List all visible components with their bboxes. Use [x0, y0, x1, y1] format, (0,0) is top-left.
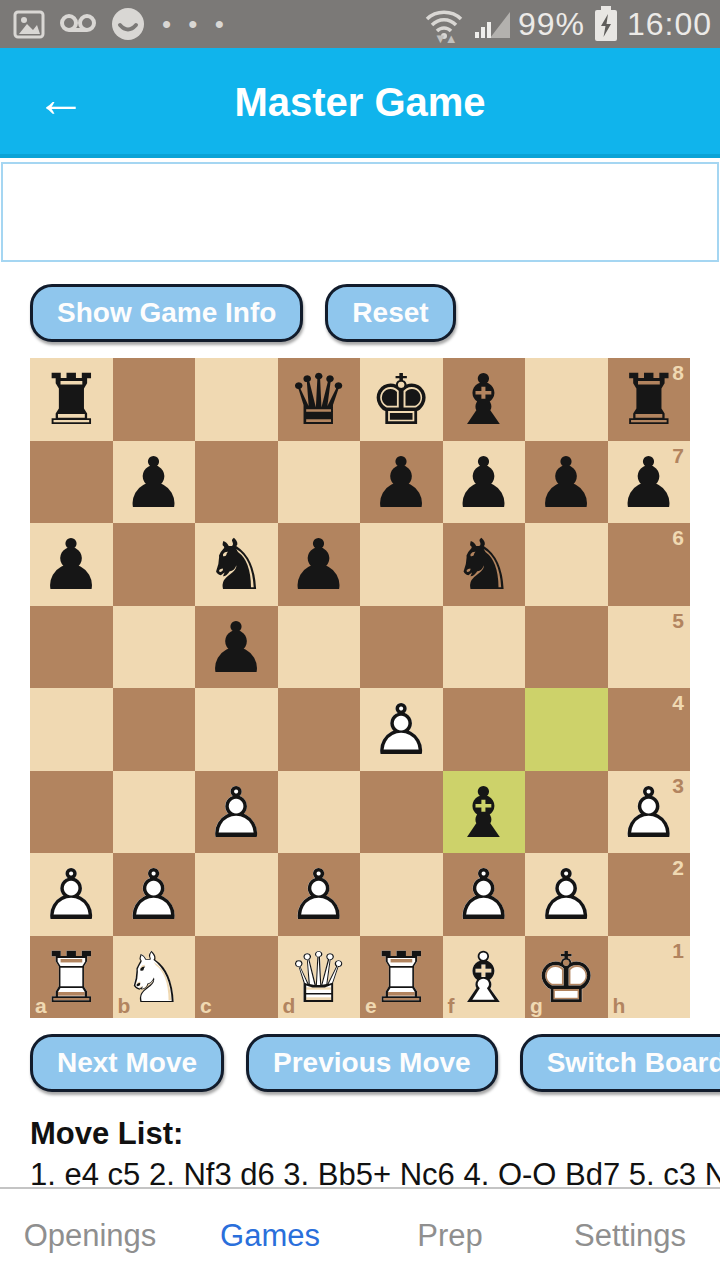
white-king-piece: ♚	[535, 942, 598, 1012]
square-g3[interactable]	[525, 771, 608, 854]
rank-label-1: 1	[672, 940, 684, 961]
white-pawn-piece-outline: ♙	[370, 695, 433, 765]
square-h6[interactable]: 6	[608, 523, 691, 606]
more-notifications-icon: • • •	[162, 9, 229, 40]
smiley-icon	[110, 6, 146, 42]
page-title: Master Game	[0, 48, 720, 156]
top-button-row: Show Game Info Reset	[30, 284, 456, 342]
square-c8[interactable]	[195, 358, 278, 441]
status-bar: • • • ▼▲ 99%	[0, 0, 720, 48]
black-pawn-piece: ♟	[370, 447, 433, 517]
rank-label-2: 2	[672, 857, 684, 878]
square-c2[interactable]	[195, 853, 278, 936]
white-rook-piece: ♜	[370, 942, 433, 1012]
square-a4[interactable]	[30, 688, 113, 771]
bottom-nav: Openings Games Prep Settings	[0, 1198, 720, 1280]
square-d2[interactable]: ♟♙	[278, 853, 361, 936]
file-label-c: c	[200, 995, 212, 1016]
file-label-e: e	[365, 995, 377, 1016]
white-pawn-piece-outline: ♙	[122, 860, 185, 930]
square-h3[interactable]: ♟♙3	[608, 771, 691, 854]
white-pawn-piece-outline: ♙	[40, 860, 103, 930]
square-g6[interactable]	[525, 523, 608, 606]
square-g4[interactable]	[525, 688, 608, 771]
white-pawn-piece: ♟	[617, 777, 680, 847]
black-pawn-piece: ♟	[535, 447, 598, 517]
file-label-g: g	[530, 995, 543, 1016]
move-list-text: 1. e4 c5 2. Nf3 d6 3. Bb5+ Nc6 4. O-O Bd…	[0, 1156, 720, 1189]
square-b7[interactable]: ♟	[113, 441, 196, 524]
square-h8[interactable]: ♜8	[608, 358, 691, 441]
square-d4[interactable]	[278, 688, 361, 771]
square-c5[interactable]: ♟	[195, 606, 278, 689]
move-list-heading: Move List:	[0, 1116, 720, 1152]
clock-label: 16:00	[627, 6, 712, 43]
chess-board: ♜♛♚♝♜8♟♟♟♟♟7♟♞♟♞6♟5♟♙4♟♙♝♟♙3♟♙♟♙♟♙♟♙♟♙2♜…	[30, 358, 690, 1018]
black-pawn-piece: ♟	[205, 612, 268, 682]
black-pawn-piece: ♟	[452, 447, 515, 517]
white-pawn-piece-outline: ♙	[287, 860, 350, 930]
white-rook-piece-outline: ♖	[40, 942, 103, 1012]
square-a5[interactable]	[30, 606, 113, 689]
square-a7[interactable]	[30, 441, 113, 524]
black-bishop-piece: ♝	[452, 365, 515, 435]
square-c4[interactable]	[195, 688, 278, 771]
square-f1[interactable]: ♝♗f	[443, 936, 526, 1019]
white-pawn-piece: ♟	[452, 860, 515, 930]
square-g2[interactable]: ♟♙	[525, 853, 608, 936]
square-f8[interactable]: ♝	[443, 358, 526, 441]
square-g7[interactable]: ♟	[525, 441, 608, 524]
black-bishop-piece: ♝	[452, 777, 515, 847]
black-knight-piece: ♞	[205, 530, 268, 600]
square-d1[interactable]: ♛♕d	[278, 936, 361, 1019]
rank-label-7: 7	[672, 445, 684, 466]
bottom-button-row: Next Move Previous Move Switch Board	[30, 1034, 720, 1092]
next-move-button[interactable]: Next Move	[30, 1034, 224, 1092]
reset-button[interactable]: Reset	[325, 284, 455, 342]
white-pawn-piece: ♟	[122, 860, 185, 930]
black-rook-piece: ♜	[40, 365, 103, 435]
square-h5[interactable]: 5	[608, 606, 691, 689]
square-f7[interactable]: ♟	[443, 441, 526, 524]
white-pawn-piece-outline: ♙	[452, 860, 515, 930]
square-e1[interactable]: ♜♖e	[360, 936, 443, 1019]
black-queen-piece: ♛	[287, 365, 350, 435]
black-pawn-piece: ♟	[617, 447, 680, 517]
square-c7[interactable]	[195, 441, 278, 524]
wifi-icon: ▼▲	[422, 6, 466, 42]
square-b3[interactable]	[113, 771, 196, 854]
black-pawn-piece: ♟	[40, 530, 103, 600]
square-e8[interactable]: ♚	[360, 358, 443, 441]
rank-label-6: 6	[672, 527, 684, 548]
file-label-a: a	[35, 995, 47, 1016]
back-arrow-icon[interactable]: ←	[36, 74, 86, 124]
white-rook-piece: ♜	[40, 942, 103, 1012]
square-a6[interactable]: ♟	[30, 523, 113, 606]
square-f5[interactable]	[443, 606, 526, 689]
white-bishop-piece-outline: ♗	[452, 942, 515, 1012]
square-f3[interactable]: ♝	[443, 771, 526, 854]
square-c6[interactable]: ♞	[195, 523, 278, 606]
square-f6[interactable]: ♞	[443, 523, 526, 606]
square-e3[interactable]	[360, 771, 443, 854]
nav-tab-prep[interactable]: Prep	[360, 1198, 540, 1280]
file-label-f: f	[448, 995, 455, 1016]
white-knight-piece: ♞	[122, 942, 185, 1012]
battery-percent-label: 99%	[518, 6, 585, 43]
white-pawn-piece: ♟	[370, 695, 433, 765]
square-h2[interactable]: 2	[608, 853, 691, 936]
switch-board-button[interactable]: Switch Board	[520, 1034, 720, 1092]
app-header: ← Master Game	[0, 48, 720, 158]
white-bishop-piece: ♝	[452, 942, 515, 1012]
square-b1[interactable]: ♞♘b	[113, 936, 196, 1019]
white-queen-piece: ♛	[287, 942, 350, 1012]
battery-charging-icon	[593, 5, 619, 43]
square-g8[interactable]	[525, 358, 608, 441]
square-g5[interactable]	[525, 606, 608, 689]
gallery-icon	[12, 7, 46, 41]
white-pawn-piece: ♟	[205, 777, 268, 847]
file-label-d: d	[283, 995, 296, 1016]
white-king-piece-outline: ♔	[535, 942, 598, 1012]
black-pawn-piece: ♟	[287, 530, 350, 600]
square-f2[interactable]: ♟♙	[443, 853, 526, 936]
white-pawn-piece-outline: ♙	[535, 860, 598, 930]
square-a8[interactable]: ♜	[30, 358, 113, 441]
voicemail-icon	[58, 8, 98, 40]
square-f4[interactable]	[443, 688, 526, 771]
square-b5[interactable]	[113, 606, 196, 689]
nav-tab-settings[interactable]: Settings	[540, 1198, 720, 1280]
white-pawn-piece-outline: ♙	[617, 777, 680, 847]
square-e4[interactable]: ♟♙	[360, 688, 443, 771]
square-d5[interactable]	[278, 606, 361, 689]
white-queen-piece-outline: ♕	[287, 942, 350, 1012]
black-rook-piece: ♜	[617, 365, 680, 435]
nav-tab-openings[interactable]: Openings	[0, 1198, 180, 1280]
square-e7[interactable]: ♟	[360, 441, 443, 524]
square-d6[interactable]: ♟	[278, 523, 361, 606]
square-e5[interactable]	[360, 606, 443, 689]
square-h7[interactable]: ♟7	[608, 441, 691, 524]
square-e2[interactable]	[360, 853, 443, 936]
square-d8[interactable]: ♛	[278, 358, 361, 441]
square-b8[interactable]	[113, 358, 196, 441]
black-pawn-piece: ♟	[122, 447, 185, 517]
white-knight-piece-outline: ♘	[122, 942, 185, 1012]
white-pawn-piece: ♟	[535, 860, 598, 930]
rank-label-5: 5	[672, 610, 684, 631]
square-h4[interactable]: 4	[608, 688, 691, 771]
move-list-section: Move List: 1. e4 c5 2. Nf3 d6 3. Bb5+ Nc…	[0, 1116, 720, 1189]
nav-tab-games[interactable]: Games	[180, 1198, 360, 1280]
show-game-info-button[interactable]: Show Game Info	[30, 284, 303, 342]
square-e6[interactable]	[360, 523, 443, 606]
black-knight-piece: ♞	[452, 530, 515, 600]
signal-icon	[474, 8, 510, 40]
square-b2[interactable]: ♟♙	[113, 853, 196, 936]
square-a3[interactable]	[30, 771, 113, 854]
black-king-piece: ♚	[370, 365, 433, 435]
file-label-h: h	[613, 995, 626, 1016]
square-c3[interactable]: ♟♙	[195, 771, 278, 854]
square-g1[interactable]: ♚♔g	[525, 936, 608, 1019]
square-a2[interactable]: ♟♙	[30, 853, 113, 936]
white-pawn-piece-outline: ♙	[205, 777, 268, 847]
square-h1[interactable]: h1	[608, 936, 691, 1019]
square-d7[interactable]	[278, 441, 361, 524]
square-a1[interactable]: ♜♖a	[30, 936, 113, 1019]
move-list-clip: 1. e4 c5 2. Nf3 d6 3. Bb5+ Nc6 4. O-O Bd…	[0, 1156, 720, 1189]
file-label-b: b	[118, 995, 131, 1016]
square-b6[interactable]	[113, 523, 196, 606]
rank-label-4: 4	[672, 692, 684, 713]
game-info-box	[1, 162, 719, 262]
white-pawn-piece: ♟	[287, 860, 350, 930]
rank-label-3: 3	[672, 775, 684, 796]
square-d3[interactable]	[278, 771, 361, 854]
white-rook-piece-outline: ♖	[370, 942, 433, 1012]
square-b4[interactable]	[113, 688, 196, 771]
square-c1[interactable]: c	[195, 936, 278, 1019]
white-pawn-piece: ♟	[40, 860, 103, 930]
rank-label-8: 8	[672, 362, 684, 383]
previous-move-button[interactable]: Previous Move	[246, 1034, 498, 1092]
